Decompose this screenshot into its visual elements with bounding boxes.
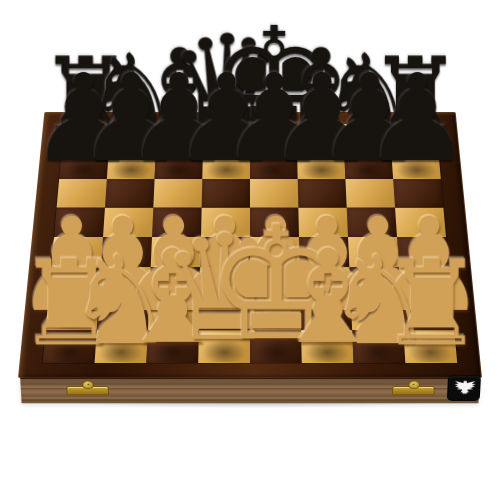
eagle-icon bbox=[451, 379, 476, 398]
box-front-edge bbox=[20, 378, 480, 403]
brand-badge bbox=[448, 376, 480, 400]
brass-hinge-icon bbox=[392, 386, 435, 395]
white-rook-h1[interactable]: ♜ bbox=[378, 244, 484, 362]
chess-board: ♜♞♝♛♚♝♞♜♟♟♟♟♟♟♟♟♟♟♟♟♟♟♟♟♜♞♝♛♚♝♞♜ bbox=[18, 112, 482, 378]
hinge-knuckle bbox=[408, 381, 420, 389]
perspective-wrapper: ♜♞♝♛♚♝♞♜♟♟♟♟♟♟♟♟♟♟♟♟♟♟♟♟♜♞♝♛♚♝♞♜ bbox=[0, 0, 500, 500]
black-pawn-h7[interactable]: ♟ bbox=[363, 58, 471, 179]
square-h1[interactable]: ♜ bbox=[403, 330, 457, 363]
hinge-knuckle bbox=[82, 381, 94, 389]
brass-hinge-icon bbox=[66, 386, 109, 395]
square-h7[interactable]: ♟ bbox=[391, 151, 441, 179]
board-squares-grid: ♜♞♝♛♚♝♞♜♟♟♟♟♟♟♟♟♟♟♟♟♟♟♟♟♜♞♝♛♚♝♞♜ bbox=[43, 124, 457, 363]
chess-set-photo: ♜♞♝♛♚♝♞♜♟♟♟♟♟♟♟♟♟♟♟♟♟♟♟♟♜♞♝♛♚♝♞♜ bbox=[0, 0, 500, 500]
